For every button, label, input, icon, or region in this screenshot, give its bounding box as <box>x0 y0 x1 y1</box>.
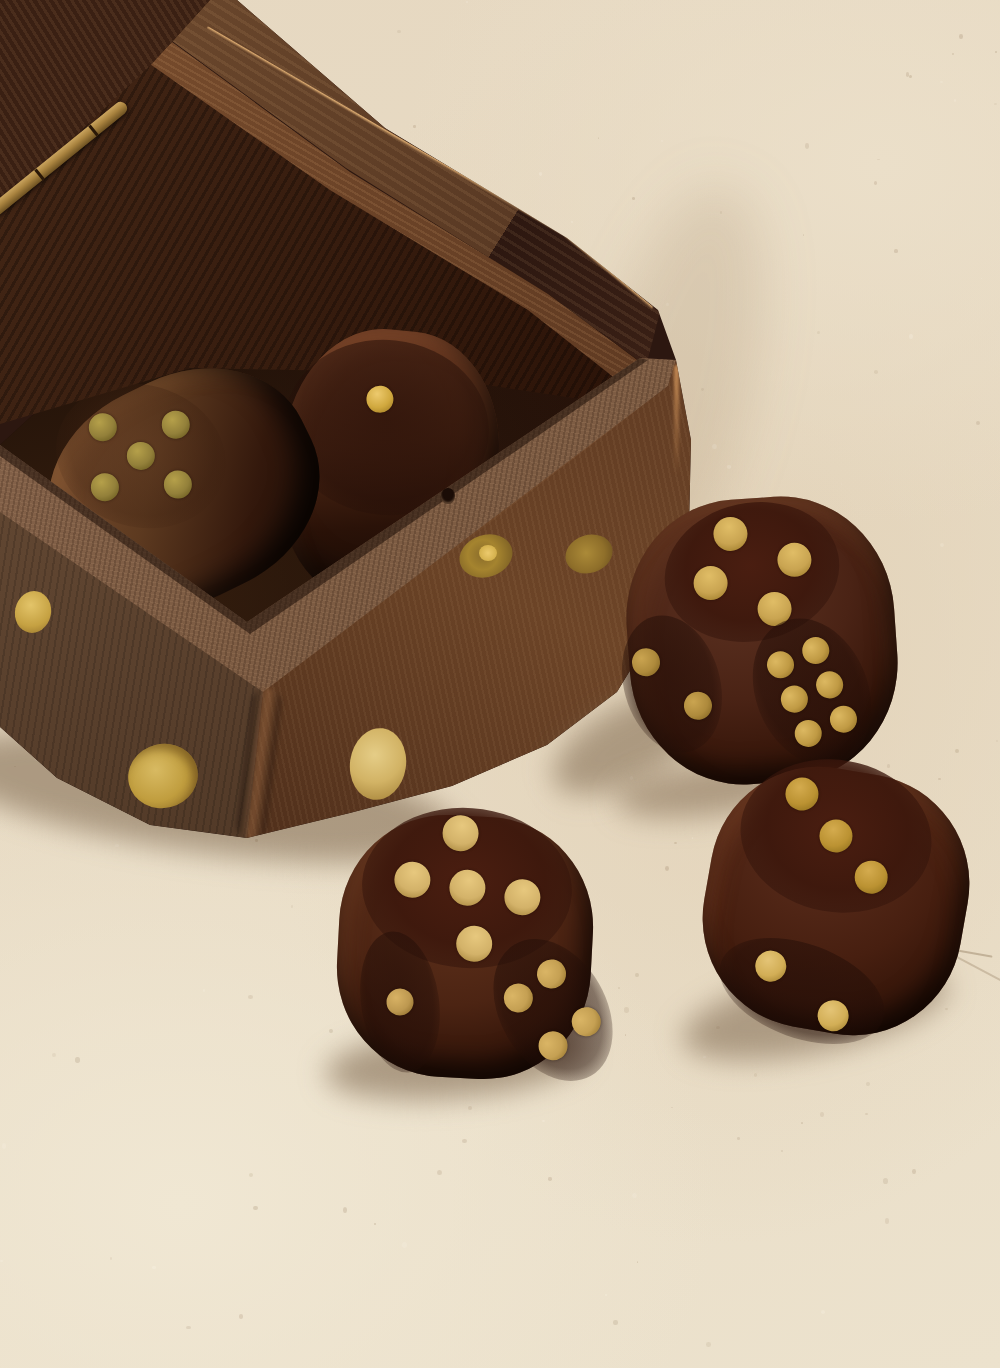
plaster-speck <box>0 1260 3 1263</box>
die-pip <box>164 470 193 499</box>
plaster-speck <box>803 234 805 236</box>
rim-hole <box>441 488 455 504</box>
plaster-speck <box>940 543 944 547</box>
die-pip <box>532 954 573 995</box>
die-pip <box>812 667 847 702</box>
plaster-speck <box>542 1120 545 1122</box>
plaster-speck <box>805 143 810 149</box>
plaster-speck <box>994 103 997 105</box>
die-pip <box>442 863 493 914</box>
plaster-speck <box>874 181 877 185</box>
die-pip <box>816 816 855 855</box>
plaster-speck <box>995 51 997 53</box>
plaster-speck <box>413 125 415 128</box>
plaster-speck <box>632 197 635 199</box>
die-pip <box>628 645 663 680</box>
plaster-speck <box>402 1242 406 1248</box>
plaster-speck <box>909 334 913 338</box>
die-pip <box>127 442 156 471</box>
plaster-speck <box>952 53 954 55</box>
die-pip <box>448 918 499 969</box>
die-pip <box>753 948 789 984</box>
plaster-speck <box>110 1257 112 1259</box>
plaster-speck <box>249 1173 253 1177</box>
plaster-speck <box>754 1073 757 1077</box>
die-pip <box>435 807 486 858</box>
plaster-speck <box>613 1320 617 1325</box>
die-pip <box>567 1001 608 1042</box>
plaster-speck <box>821 1310 826 1314</box>
die-pip <box>851 858 890 897</box>
plaster-speck <box>912 1169 916 1174</box>
plaster-speck <box>52 1053 56 1057</box>
plaster-speck <box>462 1139 467 1144</box>
plaster-speck <box>737 1137 740 1140</box>
die-pip <box>497 871 548 922</box>
plaster-speck <box>2 1143 7 1148</box>
box-brass-pip-bright-center <box>479 545 497 561</box>
plaster-speck <box>820 1112 824 1117</box>
plaster-speck <box>186 1326 191 1330</box>
plaster-speck <box>661 140 663 143</box>
plaster-speck <box>239 1314 244 1319</box>
plaster-speck <box>692 837 694 839</box>
plaster-speck <box>706 1342 710 1347</box>
die-pip <box>791 716 826 751</box>
die-pip <box>777 681 812 716</box>
plaster-speck <box>866 1082 870 1087</box>
plaster-speck <box>665 866 669 871</box>
plaster-speck <box>996 740 998 742</box>
plaster-speck <box>437 1170 442 1175</box>
die-pip <box>798 633 833 668</box>
die-pip <box>688 562 732 606</box>
plaster-speck <box>865 1113 867 1115</box>
die-pip <box>365 384 395 414</box>
plaster-speck <box>883 1178 888 1184</box>
die-pip <box>91 473 120 502</box>
die-pip <box>89 413 118 442</box>
plaster-speck <box>632 1193 637 1198</box>
die-lower-right <box>706 770 966 1032</box>
plaster-speck <box>248 995 253 999</box>
die-pip <box>162 410 191 439</box>
plaster-speck <box>329 1029 333 1034</box>
plaster-speck <box>874 370 878 374</box>
plaster-speck <box>877 159 880 161</box>
die-pip <box>681 689 716 724</box>
die-upper-right <box>628 498 896 783</box>
plaster-speck <box>885 1218 890 1223</box>
plaster-speck <box>291 905 293 907</box>
plaster-speck <box>674 842 677 844</box>
plaster-speck <box>624 1007 629 1013</box>
plaster-speck <box>374 1223 376 1224</box>
plaster-speck <box>571 221 573 223</box>
die-pip <box>708 512 752 556</box>
plaster-speck <box>618 987 620 989</box>
plaster-speck <box>976 421 980 425</box>
plaster-speck <box>909 75 912 78</box>
plaster-speck <box>397 30 401 33</box>
die-pip <box>763 647 798 682</box>
plaster-speck <box>781 1150 783 1152</box>
plaster-speck <box>940 81 942 83</box>
plaster-speck <box>343 1207 347 1212</box>
die-pip <box>782 775 821 814</box>
plaster-speck <box>637 1261 639 1262</box>
plaster-speck <box>468 1106 472 1111</box>
plaster-speck <box>539 172 543 175</box>
die-pip <box>533 1026 574 1067</box>
plaster-speck <box>894 249 897 253</box>
plaster-speck <box>548 1177 553 1180</box>
die-pip <box>385 987 415 1017</box>
plaster-speck <box>115 844 119 848</box>
plaster-speck <box>954 99 956 102</box>
plaster-speck <box>635 973 638 977</box>
plaster-speck <box>605 1294 607 1296</box>
plaster-speck <box>466 1 468 2</box>
die-pip <box>815 998 851 1034</box>
die-pip <box>499 978 540 1019</box>
plaster-speck <box>671 1107 673 1108</box>
die-pip <box>771 538 815 582</box>
plaster-speck <box>955 749 959 753</box>
plaster-speck <box>801 1122 803 1124</box>
plaster-speck <box>253 1206 258 1211</box>
plaster-speck <box>841 483 843 485</box>
die-lower-center <box>338 816 592 1078</box>
plaster-speck <box>152 1266 155 1269</box>
plaster-speck <box>959 34 963 39</box>
plaster-speck <box>817 331 820 334</box>
plaster-speck <box>75 1057 79 1062</box>
plaster-speck <box>203 989 206 992</box>
photo-scene <box>0 0 1000 1368</box>
plaster-speck <box>981 278 983 279</box>
die-pip <box>826 702 861 737</box>
plaster-speck <box>598 137 600 138</box>
die-pip <box>386 854 437 905</box>
backlight-edge <box>674 365 679 475</box>
